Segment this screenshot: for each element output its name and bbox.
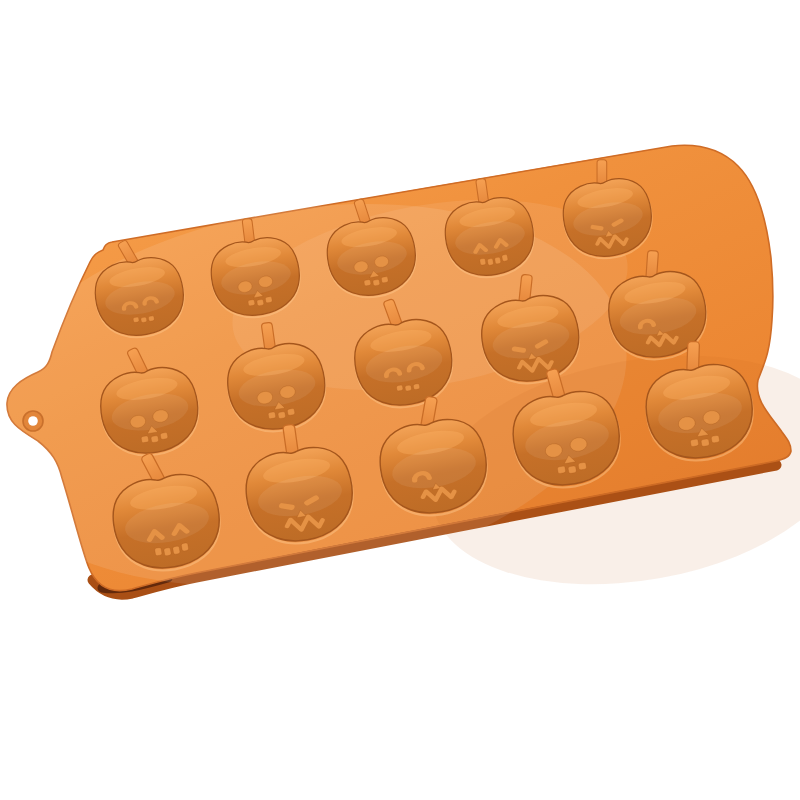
face-tooth — [373, 279, 380, 286]
face-tooth — [495, 257, 501, 264]
face-tooth — [154, 547, 162, 556]
face-tooth — [133, 317, 139, 323]
face-tooth — [690, 439, 699, 447]
face-tooth — [141, 317, 147, 323]
face-tooth — [557, 466, 566, 474]
face-tooth — [257, 299, 264, 306]
face-tooth — [265, 296, 272, 303]
face-tooth — [287, 408, 295, 415]
face-tooth — [248, 299, 255, 306]
product-photo: Overhead angled product photo of a brigh… — [0, 0, 800, 800]
face-tooth — [381, 276, 388, 283]
face-tooth — [405, 385, 412, 391]
face-tooth — [480, 258, 486, 265]
face-tooth — [413, 383, 420, 389]
face-tooth — [148, 316, 154, 322]
face-tooth — [396, 385, 403, 391]
face-tooth — [578, 462, 587, 470]
face-tooth — [278, 411, 286, 418]
face-tooth — [701, 439, 710, 447]
face-tooth — [711, 435, 720, 443]
face-tooth — [181, 543, 189, 552]
face-tooth — [487, 258, 493, 265]
face-tooth — [164, 547, 172, 556]
face-tooth — [151, 435, 159, 442]
face-tooth — [568, 466, 577, 474]
face-tooth — [173, 546, 181, 555]
face-tooth — [141, 436, 149, 443]
face-tooth — [268, 412, 276, 419]
face-tooth — [364, 279, 371, 286]
face-tooth — [160, 432, 168, 439]
face-tooth — [502, 254, 508, 261]
mold-photo-svg — [0, 0, 800, 800]
hanging-hole — [23, 411, 43, 431]
